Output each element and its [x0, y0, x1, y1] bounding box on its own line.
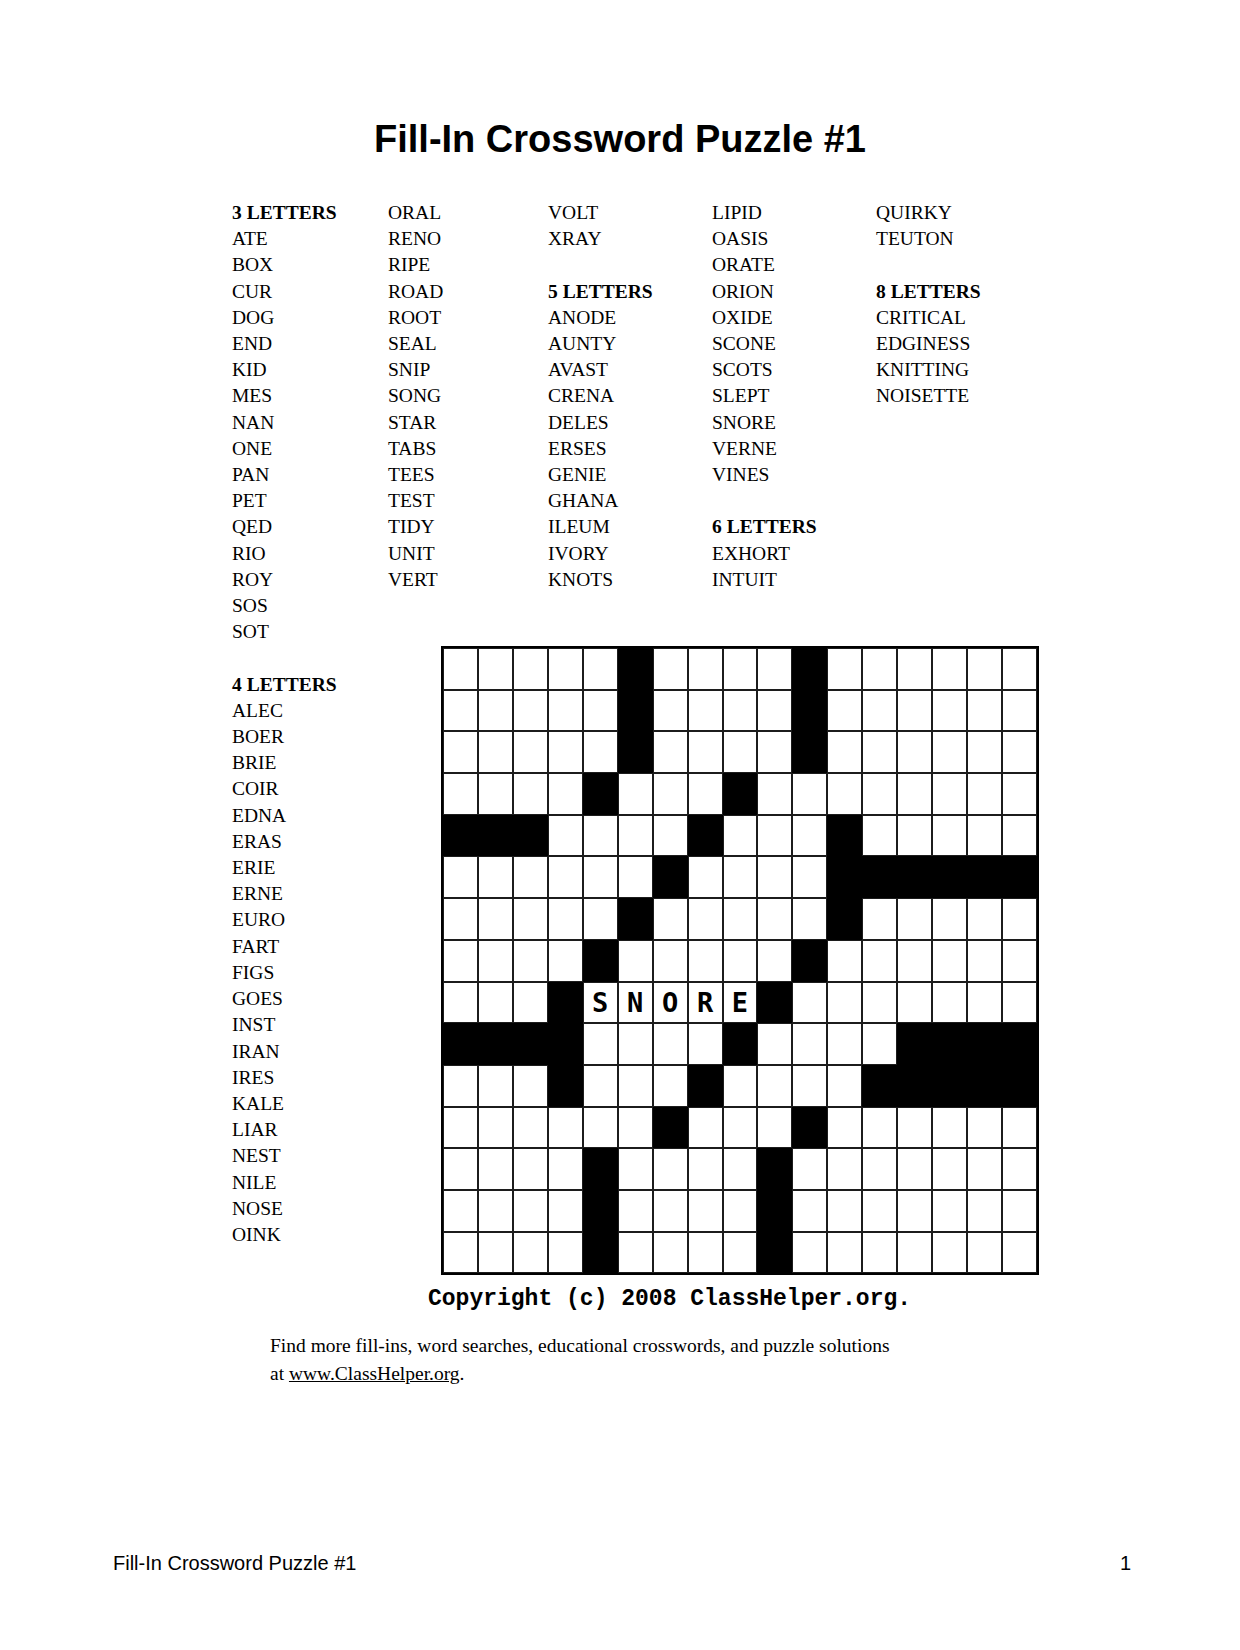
- copyright-text: Copyright (c) 2008 ClassHelper.org.: [428, 1286, 911, 1312]
- grid-cell: [932, 731, 967, 773]
- grid-cell: [932, 1107, 967, 1149]
- grid-cell: [583, 1107, 618, 1149]
- grid-cell: [653, 1148, 688, 1190]
- grid-cell-black: [583, 1190, 618, 1232]
- grid-cell-black: [897, 1023, 932, 1065]
- grid-cell-black: [688, 1065, 723, 1107]
- grid-cell: [932, 690, 967, 732]
- grid-cell: [478, 898, 513, 940]
- grid-cell-black: [792, 690, 827, 732]
- word-list-header: 3 LETTERS: [232, 200, 337, 226]
- grid-cell: [513, 1065, 548, 1107]
- word-item: BOX: [232, 252, 337, 278]
- word-item: ORATE: [712, 252, 817, 278]
- grid-cell-black: [723, 1023, 758, 1065]
- grid-cell-black: [757, 1190, 792, 1232]
- grid-cell: [862, 1190, 897, 1232]
- word-item: KNITTING: [876, 357, 981, 383]
- word-item: ANODE: [548, 305, 653, 331]
- grid-cell: [583, 1065, 618, 1107]
- page-title: Fill-In Crossword Puzzle #1: [0, 118, 1240, 161]
- grid-cell-black: [583, 773, 618, 815]
- grid-cell: [688, 1190, 723, 1232]
- grid-cell: [862, 1148, 897, 1190]
- grid-cell: [897, 982, 932, 1024]
- grid-cell: [688, 773, 723, 815]
- grid-cell: [688, 1232, 723, 1274]
- grid-cell: [478, 1148, 513, 1190]
- grid-cell: [967, 1190, 1002, 1232]
- grid-cell: [723, 856, 758, 898]
- grid-cell: [548, 648, 583, 690]
- grid-cell-black: [862, 856, 897, 898]
- grid-cell: [443, 940, 478, 982]
- grid-cell: [478, 1232, 513, 1274]
- grid-cell: [653, 815, 688, 857]
- grid-cell: [897, 1107, 932, 1149]
- grid-cell: [548, 773, 583, 815]
- grid-letter: E: [732, 989, 748, 1016]
- word-item: ILEUM: [548, 514, 653, 540]
- grid-cell: [862, 1232, 897, 1274]
- word-item: IVORY: [548, 541, 653, 567]
- grid-cell: [827, 1190, 862, 1232]
- grid-cell: [1002, 982, 1037, 1024]
- word-item: MES: [232, 383, 337, 409]
- word-list-column-3: VOLTXRAY 5 LETTERSANODEAUNTYAVASTCRENADE…: [548, 200, 653, 593]
- page-footer-title: Fill-In Crossword Puzzle #1: [113, 1552, 356, 1575]
- grid-cell: [757, 1107, 792, 1149]
- grid-cell: [792, 1148, 827, 1190]
- word-item: KID: [232, 357, 337, 383]
- grid-cell: [548, 898, 583, 940]
- word-list-header: 6 LETTERS: [712, 514, 817, 540]
- classhelper-link[interactable]: www.ClassHelper.org: [289, 1363, 460, 1384]
- grid-cell: [862, 1107, 897, 1149]
- grid-cell-black: [827, 856, 862, 898]
- grid-cell: [757, 773, 792, 815]
- grid-cell: [443, 773, 478, 815]
- grid-cell: [653, 1190, 688, 1232]
- grid-cell: [723, 1107, 758, 1149]
- grid-cell: [653, 690, 688, 732]
- crossword-grid: SNORE: [441, 646, 1039, 1275]
- word-item: NOISETTE: [876, 383, 981, 409]
- grid-cell: [653, 1065, 688, 1107]
- grid-cell: [513, 648, 548, 690]
- word-item: AUNTY: [548, 331, 653, 357]
- grid-cell: [653, 1232, 688, 1274]
- word-item: COIR: [232, 776, 337, 802]
- word-item: FIGS: [232, 960, 337, 986]
- grid-cell: [757, 856, 792, 898]
- grid-cell: [548, 815, 583, 857]
- grid-cell-black: [548, 982, 583, 1024]
- grid-cell-black: [653, 1107, 688, 1149]
- grid-cell: [478, 690, 513, 732]
- word-item: ERAS: [232, 829, 337, 855]
- grid-cell-black: [827, 815, 862, 857]
- word-item: TABS: [388, 436, 443, 462]
- grid-cell-letter: S: [583, 982, 618, 1024]
- grid-cell: [757, 815, 792, 857]
- grid-cell: [932, 1148, 967, 1190]
- grid-cell: [618, 1232, 653, 1274]
- word-item: NEST: [232, 1143, 337, 1169]
- grid-cell: [443, 1232, 478, 1274]
- grid-cell: [548, 1107, 583, 1149]
- grid-cell: [443, 1107, 478, 1149]
- grid-cell: [827, 1107, 862, 1149]
- grid-cell-black: [967, 1065, 1002, 1107]
- grid-cell: [583, 898, 618, 940]
- grid-cell: [618, 815, 653, 857]
- grid-cell-black: [513, 1023, 548, 1065]
- grid-cell: [1002, 731, 1037, 773]
- grid-cell: [583, 731, 618, 773]
- word-item: ORAL: [388, 200, 443, 226]
- grid-letter: O: [662, 989, 678, 1016]
- grid-cell: [932, 1232, 967, 1274]
- word-item: OXIDE: [712, 305, 817, 331]
- grid-cell: [443, 690, 478, 732]
- grid-cell: [688, 648, 723, 690]
- grid-cell: [792, 815, 827, 857]
- grid-cell: [757, 648, 792, 690]
- grid-cell: [618, 1190, 653, 1232]
- word-item: QED: [232, 514, 337, 540]
- grid-cell: [723, 940, 758, 982]
- grid-cell: [862, 815, 897, 857]
- grid-cell: [967, 648, 1002, 690]
- grid-cell: [513, 1107, 548, 1149]
- word-item: ERIE: [232, 855, 337, 881]
- grid-cell: [897, 1148, 932, 1190]
- grid-cell: [1002, 898, 1037, 940]
- grid-cell: [1002, 940, 1037, 982]
- grid-cell-black: [688, 815, 723, 857]
- grid-cell-black: [478, 1023, 513, 1065]
- grid-cell: [897, 648, 932, 690]
- grid-cell: [862, 690, 897, 732]
- grid-cell: [583, 690, 618, 732]
- word-list-gap: [232, 645, 337, 671]
- word-item: SOT: [232, 619, 337, 645]
- footer-note-line1: Find more fill-ins, word searches, educa…: [270, 1332, 890, 1360]
- word-list-gap: [712, 488, 817, 514]
- grid-cell-black: [792, 940, 827, 982]
- grid-cell: [1002, 1107, 1037, 1149]
- word-item: INST: [232, 1012, 337, 1038]
- grid-cell: [897, 1232, 932, 1274]
- grid-cell: [513, 1148, 548, 1190]
- grid-cell-black: [723, 773, 758, 815]
- word-item: XRAY: [548, 226, 653, 252]
- footer-note: Find more fill-ins, word searches, educa…: [270, 1332, 890, 1388]
- word-item: SCOTS: [712, 357, 817, 383]
- grid-cell: [583, 815, 618, 857]
- grid-cell-black: [443, 1023, 478, 1065]
- grid-cell: [443, 898, 478, 940]
- word-item: UNIT: [388, 541, 443, 567]
- grid-cell: [862, 940, 897, 982]
- grid-cell: [653, 940, 688, 982]
- grid-cell: [757, 1065, 792, 1107]
- grid-cell: [688, 898, 723, 940]
- grid-cell-black: [792, 1107, 827, 1149]
- grid-cell: [723, 1190, 758, 1232]
- footer-note-line2-prefix: at: [270, 1363, 289, 1384]
- grid-cell: [618, 1148, 653, 1190]
- grid-cell: [827, 1023, 862, 1065]
- word-item: EDNA: [232, 803, 337, 829]
- grid-cell: [723, 898, 758, 940]
- word-list-column-2: ORALRENORIPEROADROOTSEALSNIPSONGSTARTABS…: [388, 200, 443, 593]
- grid-cell: [478, 731, 513, 773]
- grid-cell: [443, 1148, 478, 1190]
- grid-cell: [1002, 773, 1037, 815]
- word-item: GENIE: [548, 462, 653, 488]
- grid-cell: [967, 731, 1002, 773]
- grid-cell: [967, 982, 1002, 1024]
- grid-cell: [723, 731, 758, 773]
- word-item: ATE: [232, 226, 337, 252]
- grid-cell: [827, 690, 862, 732]
- word-item: SNORE: [712, 410, 817, 436]
- footer-note-line2: at www.ClassHelper.org.: [270, 1360, 890, 1388]
- grid-cell: [792, 856, 827, 898]
- grid-cell: [513, 982, 548, 1024]
- grid-cell: [723, 1232, 758, 1274]
- word-item: CRITICAL: [876, 305, 981, 331]
- word-item: ALEC: [232, 698, 337, 724]
- grid-cell: [618, 856, 653, 898]
- grid-cell: [827, 1232, 862, 1274]
- grid-letter: R: [697, 989, 713, 1016]
- grid-cell-black: [932, 856, 967, 898]
- grid-cell: [967, 690, 1002, 732]
- word-item: PAN: [232, 462, 337, 488]
- word-list-gap: [548, 252, 653, 278]
- grid-cell: [897, 815, 932, 857]
- word-list-header: 4 LETTERS: [232, 672, 337, 698]
- grid-cell-black: [548, 1065, 583, 1107]
- word-item: SLEPT: [712, 383, 817, 409]
- word-item: SCONE: [712, 331, 817, 357]
- grid-cell: [1002, 648, 1037, 690]
- grid-cell-black: [653, 856, 688, 898]
- grid-cell: [688, 1107, 723, 1149]
- grid-cell: [792, 773, 827, 815]
- word-item: DOG: [232, 305, 337, 331]
- word-item: TEES: [388, 462, 443, 488]
- grid-cell: [827, 1065, 862, 1107]
- grid-cell: [967, 815, 1002, 857]
- grid-cell-black: [583, 1148, 618, 1190]
- grid-cell-black: [583, 940, 618, 982]
- grid-cell-black: [897, 856, 932, 898]
- grid-cell: [478, 982, 513, 1024]
- word-list-header: 8 LETTERS: [876, 279, 981, 305]
- grid-cell: [513, 898, 548, 940]
- word-item: AVAST: [548, 357, 653, 383]
- word-item: SOS: [232, 593, 337, 619]
- grid-cell: [827, 982, 862, 1024]
- grid-cell-black: [1002, 1023, 1037, 1065]
- grid-cell: [897, 731, 932, 773]
- grid-cell: [967, 940, 1002, 982]
- grid-cell: [548, 731, 583, 773]
- grid-cell: [723, 648, 758, 690]
- grid-cell-black: [757, 1148, 792, 1190]
- word-item: ROAD: [388, 279, 443, 305]
- grid-cell: [443, 731, 478, 773]
- grid-cell: [653, 898, 688, 940]
- grid-cell-black: [443, 815, 478, 857]
- grid-cell: [827, 773, 862, 815]
- word-item: ERSES: [548, 436, 653, 462]
- grid-cell: [478, 1107, 513, 1149]
- grid-cell: [932, 648, 967, 690]
- grid-cell: [548, 940, 583, 982]
- grid-cell: [862, 773, 897, 815]
- word-item: RIO: [232, 541, 337, 567]
- grid-cell-letter: O: [653, 982, 688, 1024]
- grid-cell-black: [827, 898, 862, 940]
- grid-cell: [478, 1190, 513, 1232]
- grid-cell: [513, 731, 548, 773]
- word-list-column-1: 3 LETTERSATEBOXCURDOGENDKIDMESNANONEPANP…: [232, 200, 337, 1248]
- grid-cell-black: [618, 898, 653, 940]
- grid-cell: [967, 1148, 1002, 1190]
- word-item: QUIRKY: [876, 200, 981, 226]
- word-item: KALE: [232, 1091, 337, 1117]
- grid-cell: [932, 940, 967, 982]
- grid-letter: N: [627, 989, 643, 1016]
- grid-cell: [618, 1023, 653, 1065]
- grid-cell: [757, 940, 792, 982]
- word-item: DELES: [548, 410, 653, 436]
- grid-cell-black: [618, 731, 653, 773]
- word-item: SNIP: [388, 357, 443, 383]
- word-item: ERNE: [232, 881, 337, 907]
- word-item: VERNE: [712, 436, 817, 462]
- grid-cell: [513, 1190, 548, 1232]
- grid-cell-letter: R: [688, 982, 723, 1024]
- grid-cell-black: [757, 1232, 792, 1274]
- grid-cell: [653, 1023, 688, 1065]
- grid-cell: [792, 982, 827, 1024]
- grid-cell: [757, 898, 792, 940]
- grid-cell: [862, 982, 897, 1024]
- word-item: BRIE: [232, 750, 337, 776]
- word-item: GHANA: [548, 488, 653, 514]
- grid-cell-black: [932, 1023, 967, 1065]
- grid-cell: [548, 1232, 583, 1274]
- grid-cell: [723, 1148, 758, 1190]
- grid-cell: [548, 1148, 583, 1190]
- word-item: ORION: [712, 279, 817, 305]
- word-item: NAN: [232, 410, 337, 436]
- grid-cell: [618, 773, 653, 815]
- grid-cell: [583, 856, 618, 898]
- grid-cell-black: [1002, 1065, 1037, 1107]
- word-list-column-4: LIPIDOASISORATEORIONOXIDESCONESCOTSSLEPT…: [712, 200, 817, 593]
- page-number: 1: [1120, 1552, 1131, 1575]
- grid-cell: [443, 982, 478, 1024]
- word-item: SEAL: [388, 331, 443, 357]
- grid-cell: [827, 731, 862, 773]
- grid-cell: [827, 1148, 862, 1190]
- grid-cell: [478, 773, 513, 815]
- word-list-gap: [876, 252, 981, 278]
- grid-cell: [618, 1065, 653, 1107]
- grid-cell: [548, 1190, 583, 1232]
- grid-cell-letter: N: [618, 982, 653, 1024]
- word-item: ROY: [232, 567, 337, 593]
- word-item: ROOT: [388, 305, 443, 331]
- word-item: VOLT: [548, 200, 653, 226]
- grid-cell: [583, 1023, 618, 1065]
- word-item: NILE: [232, 1170, 337, 1196]
- word-item: CUR: [232, 279, 337, 305]
- word-item: EDGINESS: [876, 331, 981, 357]
- word-item: VINES: [712, 462, 817, 488]
- grid-cell: [513, 773, 548, 815]
- grid-letter: S: [592, 989, 608, 1016]
- word-item: CRENA: [548, 383, 653, 409]
- grid-cell: [443, 1190, 478, 1232]
- grid-cell: [932, 1190, 967, 1232]
- grid-cell: [513, 940, 548, 982]
- grid-cell: [897, 773, 932, 815]
- grid-cell: [967, 1232, 1002, 1274]
- grid-cell: [862, 648, 897, 690]
- grid-cell: [688, 856, 723, 898]
- grid-cell: [827, 940, 862, 982]
- word-item: TEST: [388, 488, 443, 514]
- word-item: LIPID: [712, 200, 817, 226]
- word-item: FART: [232, 934, 337, 960]
- grid-cell: [792, 1023, 827, 1065]
- grid-cell: [792, 898, 827, 940]
- word-list-header: 5 LETTERS: [548, 279, 653, 305]
- grid-cell: [932, 773, 967, 815]
- grid-cell: [967, 898, 1002, 940]
- grid-cell: [583, 648, 618, 690]
- grid-cell: [548, 856, 583, 898]
- grid-cell-black: [792, 731, 827, 773]
- grid-cell-black: [897, 1065, 932, 1107]
- grid-cell: [548, 690, 583, 732]
- word-item: SONG: [388, 383, 443, 409]
- grid-cell: [1002, 1232, 1037, 1274]
- grid-cell: [967, 1107, 1002, 1149]
- word-item: GOES: [232, 986, 337, 1012]
- grid-cell: [757, 731, 792, 773]
- grid-cell-black: [757, 982, 792, 1024]
- grid-cell: [723, 1065, 758, 1107]
- grid-cell-black: [618, 648, 653, 690]
- grid-cell: [1002, 1190, 1037, 1232]
- grid-cell: [513, 1232, 548, 1274]
- word-item: STAR: [388, 410, 443, 436]
- grid-cell: [723, 815, 758, 857]
- grid-cell-black: [478, 815, 513, 857]
- word-item: KNOTS: [548, 567, 653, 593]
- word-item: EXHORT: [712, 541, 817, 567]
- grid-cell: [1002, 1148, 1037, 1190]
